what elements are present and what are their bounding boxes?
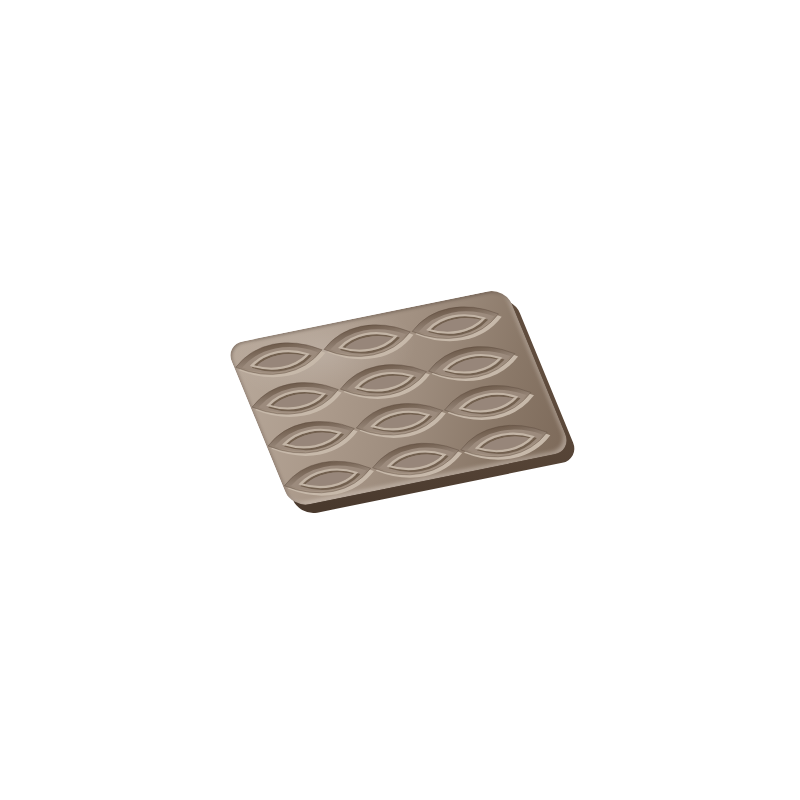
baking-pan bbox=[225, 288, 572, 508]
product-photo bbox=[0, 0, 800, 800]
